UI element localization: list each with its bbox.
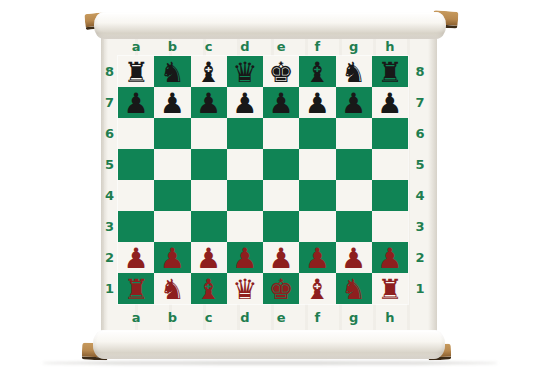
- square-g2[interactable]: ♟: [336, 242, 372, 273]
- file-labels-bottom: abcdefgh: [118, 307, 408, 327]
- top-roll-tube: [94, 12, 446, 39]
- square-e5[interactable]: [263, 149, 299, 180]
- red-knight-g1[interactable]: ♞: [341, 274, 366, 304]
- file-label-bottom-g: g: [336, 307, 372, 327]
- file-label-top-g: g: [336, 37, 372, 55]
- square-c6[interactable]: [191, 118, 227, 149]
- square-e2[interactable]: ♟: [263, 242, 299, 273]
- square-e8[interactable]: ♚: [263, 56, 299, 87]
- rank-label-right-1: 1: [409, 273, 431, 304]
- square-a6[interactable]: [118, 118, 154, 149]
- square-f5[interactable]: [299, 149, 335, 180]
- red-pawn-b2[interactable]: ♟: [160, 243, 185, 273]
- square-b5[interactable]: [154, 149, 190, 180]
- square-a4[interactable]: [118, 180, 154, 211]
- file-label-top-d: d: [227, 37, 263, 55]
- square-c2[interactable]: ♟: [191, 242, 227, 273]
- rank-label-left-5: 5: [101, 149, 118, 180]
- red-bishop-c1[interactable]: ♝: [196, 274, 221, 304]
- file-label-top-h: h: [372, 37, 408, 55]
- rank-labels-right: 87654321: [409, 56, 431, 304]
- black-pawn-d7[interactable]: ♟: [232, 88, 257, 118]
- red-pawn-g2[interactable]: ♟: [341, 243, 366, 273]
- rank-label-left-1: 1: [101, 273, 118, 304]
- file-label-bottom-d: d: [227, 307, 263, 327]
- rank-label-left-2: 2: [101, 242, 118, 273]
- board-grid: ♜♞♝♛♚♝♞♜♟♟♟♟♟♟♟♟♟♟♟♟♟♟♟♟♜♞♝♛♚♝♞♜: [118, 56, 408, 304]
- square-e7[interactable]: ♟: [263, 87, 299, 118]
- red-pawn-c2[interactable]: ♟: [196, 243, 221, 273]
- rank-label-right-8: 8: [409, 56, 431, 87]
- black-knight-b8[interactable]: ♞: [160, 57, 185, 87]
- black-pawn-a7[interactable]: ♟: [124, 88, 149, 118]
- demo-chess-board-photo: abcdefgh 87654321 ♜♞♝♛♚♝♞♜♟♟♟♟♟♟♟♟♟♟♟♟♟♟…: [0, 0, 540, 370]
- square-h4[interactable]: [372, 180, 408, 211]
- square-f7[interactable]: ♟: [299, 87, 335, 118]
- file-labels-top: abcdefgh: [118, 37, 408, 55]
- square-f2[interactable]: ♟: [299, 242, 335, 273]
- square-h8[interactable]: ♜: [372, 56, 408, 87]
- square-f6[interactable]: [299, 118, 335, 149]
- square-d8[interactable]: ♛: [227, 56, 263, 87]
- square-c4[interactable]: [191, 180, 227, 211]
- rank-labels-left: 87654321: [101, 56, 118, 304]
- square-g8[interactable]: ♞: [336, 56, 372, 87]
- red-king-e1[interactable]: ♚: [269, 274, 294, 304]
- square-c1[interactable]: ♝: [191, 273, 227, 304]
- black-rook-h8[interactable]: ♜: [377, 57, 402, 87]
- black-pawn-b7[interactable]: ♟: [160, 88, 185, 118]
- drop-shadow: [42, 361, 498, 365]
- file-label-top-e: e: [263, 37, 299, 55]
- square-g1[interactable]: ♞: [336, 273, 372, 304]
- rank-label-right-3: 3: [409, 211, 431, 242]
- rank-label-left-4: 4: [101, 180, 118, 211]
- rank-label-right-5: 5: [409, 149, 431, 180]
- square-e1[interactable]: ♚: [263, 273, 299, 304]
- red-pawn-h2[interactable]: ♟: [377, 243, 402, 273]
- square-h5[interactable]: [372, 149, 408, 180]
- file-label-top-b: b: [154, 37, 190, 55]
- square-g6[interactable]: [336, 118, 372, 149]
- file-label-top-f: f: [299, 37, 335, 55]
- square-c7[interactable]: ♟: [191, 87, 227, 118]
- square-h6[interactable]: [372, 118, 408, 149]
- square-g5[interactable]: [336, 149, 372, 180]
- rank-label-left-6: 6: [101, 118, 118, 149]
- file-label-bottom-b: b: [154, 307, 190, 327]
- square-h2[interactable]: ♟: [372, 242, 408, 273]
- square-a3[interactable]: [118, 211, 154, 242]
- square-c3[interactable]: [191, 211, 227, 242]
- square-a8[interactable]: ♜: [118, 56, 154, 87]
- black-pawn-c7[interactable]: ♟: [196, 88, 221, 118]
- square-d1[interactable]: ♛: [227, 273, 263, 304]
- square-f8[interactable]: ♝: [299, 56, 335, 87]
- red-queen-d1[interactable]: ♛: [232, 274, 257, 304]
- rank-label-left-3: 3: [101, 211, 118, 242]
- black-rook-a8[interactable]: ♜: [124, 57, 149, 87]
- square-e3[interactable]: [263, 211, 299, 242]
- red-pawn-a2[interactable]: ♟: [124, 243, 149, 273]
- rank-label-left-8: 8: [101, 56, 118, 87]
- rank-label-left-7: 7: [101, 87, 118, 118]
- square-e6[interactable]: [263, 118, 299, 149]
- rank-label-right-6: 6: [409, 118, 431, 149]
- square-b1[interactable]: ♞: [154, 273, 190, 304]
- square-b6[interactable]: [154, 118, 190, 149]
- square-d3[interactable]: [227, 211, 263, 242]
- black-pawn-h7[interactable]: ♟: [377, 88, 402, 118]
- square-e4[interactable]: [263, 180, 299, 211]
- square-a1[interactable]: ♜: [118, 273, 154, 304]
- red-rook-h1[interactable]: ♜: [377, 274, 402, 304]
- square-a2[interactable]: ♟: [118, 242, 154, 273]
- square-g4[interactable]: [336, 180, 372, 211]
- square-h1[interactable]: ♜: [372, 273, 408, 304]
- black-bishop-c8[interactable]: ♝: [196, 57, 221, 87]
- square-f4[interactable]: [299, 180, 335, 211]
- square-f3[interactable]: [299, 211, 335, 242]
- square-c8[interactable]: ♝: [191, 56, 227, 87]
- square-d4[interactable]: [227, 180, 263, 211]
- rank-label-right-4: 4: [409, 180, 431, 211]
- black-knight-g8[interactable]: ♞: [341, 57, 366, 87]
- red-pawn-e2[interactable]: ♟: [269, 243, 294, 273]
- square-d5[interactable]: [227, 149, 263, 180]
- file-label-bottom-e: e: [263, 307, 299, 327]
- rank-label-right-2: 2: [409, 242, 431, 273]
- square-b2[interactable]: ♟: [154, 242, 190, 273]
- square-c5[interactable]: [191, 149, 227, 180]
- square-b8[interactable]: ♞: [154, 56, 190, 87]
- red-rook-a1[interactable]: ♜: [124, 274, 149, 304]
- file-label-bottom-h: h: [372, 307, 408, 327]
- file-label-bottom-f: f: [299, 307, 335, 327]
- file-label-bottom-a: a: [118, 307, 154, 327]
- square-b3[interactable]: [154, 211, 190, 242]
- square-d6[interactable]: [227, 118, 263, 149]
- square-g3[interactable]: [336, 211, 372, 242]
- black-pawn-f7[interactable]: ♟: [305, 88, 330, 118]
- red-pawn-d2[interactable]: ♟: [232, 243, 257, 273]
- black-queen-d8[interactable]: ♛: [232, 57, 257, 87]
- square-h3[interactable]: [372, 211, 408, 242]
- black-king-e8[interactable]: ♚: [269, 57, 294, 87]
- black-bishop-f8[interactable]: ♝: [305, 57, 330, 87]
- bottom-roll-tube: [93, 330, 445, 359]
- rank-label-right-7: 7: [409, 87, 431, 118]
- square-b4[interactable]: [154, 180, 190, 211]
- square-a7[interactable]: ♟: [118, 87, 154, 118]
- square-d2[interactable]: ♟: [227, 242, 263, 273]
- file-label-bottom-c: c: [191, 307, 227, 327]
- red-bishop-f1[interactable]: ♝: [305, 274, 330, 304]
- square-g7[interactable]: ♟: [336, 87, 372, 118]
- file-label-top-a: a: [118, 37, 154, 55]
- black-pawn-e7[interactable]: ♟: [269, 88, 294, 118]
- square-a5[interactable]: [118, 149, 154, 180]
- square-f1[interactable]: ♝: [299, 273, 335, 304]
- red-pawn-f2[interactable]: ♟: [305, 243, 330, 273]
- red-knight-b1[interactable]: ♞: [160, 274, 185, 304]
- square-b7[interactable]: ♟: [154, 87, 190, 118]
- square-h7[interactable]: ♟: [372, 87, 408, 118]
- square-d7[interactable]: ♟: [227, 87, 263, 118]
- file-label-top-c: c: [191, 37, 227, 55]
- black-pawn-g7[interactable]: ♟: [341, 88, 366, 118]
